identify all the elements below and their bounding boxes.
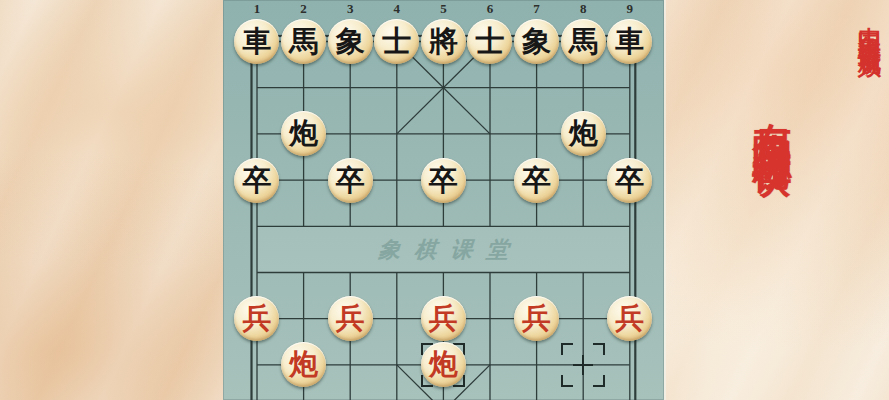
- piece-red-cannon[interactable]: 炮: [281, 342, 326, 387]
- series-title-vertical: 布局陷阱与秘诀: [746, 92, 800, 400]
- piece-black-soldier[interactable]: 卒: [421, 158, 466, 203]
- column-number: 5: [440, 1, 447, 17]
- move-origin-marker: [561, 343, 605, 387]
- piece-black-horse[interactable]: 馬: [281, 19, 326, 64]
- piece-black-soldier[interactable]: 卒: [607, 158, 652, 203]
- piece-black-advisor[interactable]: 士: [374, 19, 419, 64]
- column-number: 7: [533, 1, 540, 17]
- piece-black-elephant[interactable]: 象: [328, 19, 373, 64]
- piece-black-horse[interactable]: 馬: [561, 19, 606, 64]
- channel-caption-vertical: 中国象棋古谱视频: [855, 8, 886, 238]
- piece-black-soldier[interactable]: 卒: [328, 158, 373, 203]
- piece-black-soldier[interactable]: 卒: [514, 158, 559, 203]
- column-numbers: 123456789: [223, 0, 664, 18]
- piece-black-chariot[interactable]: 車: [607, 19, 652, 64]
- piece-black-cannon[interactable]: 炮: [561, 111, 606, 156]
- piece-black-advisor[interactable]: 士: [467, 19, 512, 64]
- piece-black-cannon[interactable]: 炮: [281, 111, 326, 156]
- piece-red-soldier[interactable]: 兵: [607, 296, 652, 341]
- piece-black-general[interactable]: 將: [421, 19, 466, 64]
- column-number: 3: [347, 1, 354, 17]
- piece-red-soldier[interactable]: 兵: [234, 296, 279, 341]
- xiangqi-board[interactable]: 123456789 象棋课堂 車馬象士將士象馬車炮炮卒卒卒卒卒兵兵兵兵兵炮炮: [223, 0, 664, 400]
- column-number: 8: [580, 1, 587, 17]
- column-number: 9: [627, 1, 634, 17]
- piece-red-soldier[interactable]: 兵: [421, 296, 466, 341]
- piece-red-cannon[interactable]: 炮: [421, 342, 466, 387]
- column-number: 4: [394, 1, 401, 17]
- piece-black-chariot[interactable]: 車: [234, 19, 279, 64]
- piece-black-elephant[interactable]: 象: [514, 19, 559, 64]
- column-number: 1: [254, 1, 261, 17]
- column-number: 2: [300, 1, 307, 17]
- piece-black-soldier[interactable]: 卒: [234, 158, 279, 203]
- column-number: 6: [487, 1, 494, 17]
- piece-grid: 車馬象士將士象馬車炮炮卒卒卒卒卒兵兵兵兵兵炮炮: [234, 18, 653, 400]
- video-frame: 123456789 象棋课堂 車馬象士將士象馬車炮炮卒卒卒卒卒兵兵兵兵兵炮炮 布…: [0, 0, 889, 400]
- piece-red-soldier[interactable]: 兵: [328, 296, 373, 341]
- piece-red-soldier[interactable]: 兵: [514, 296, 559, 341]
